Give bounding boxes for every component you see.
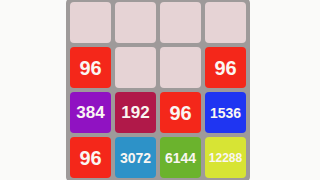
empty-cell-r2c2 xyxy=(115,47,156,88)
game-board-2048[interactable]: 9696384192961536963072614412288 xyxy=(66,0,250,180)
tile-1536-r3c4: 1536 xyxy=(205,92,246,133)
tile-6144-r4c3: 6144 xyxy=(160,137,201,178)
tile-384-r3c1: 384 xyxy=(70,92,111,133)
tile-96-r4c1: 96 xyxy=(70,137,111,178)
tile-96-r2c4: 96 xyxy=(205,47,246,88)
empty-cell-r1c3 xyxy=(160,2,201,43)
tile-12288-r4c4: 12288 xyxy=(205,137,246,178)
empty-cell-r1c4 xyxy=(205,2,246,43)
tile-192-r3c2: 192 xyxy=(115,92,156,133)
empty-cell-r1c2 xyxy=(115,2,156,43)
empty-cell-r2c3 xyxy=(160,47,201,88)
tile-96-r3c3: 96 xyxy=(160,92,201,133)
tile-3072-r4c2: 3072 xyxy=(115,137,156,178)
empty-cell-r1c1 xyxy=(70,2,111,43)
tile-96-r2c1: 96 xyxy=(70,47,111,88)
